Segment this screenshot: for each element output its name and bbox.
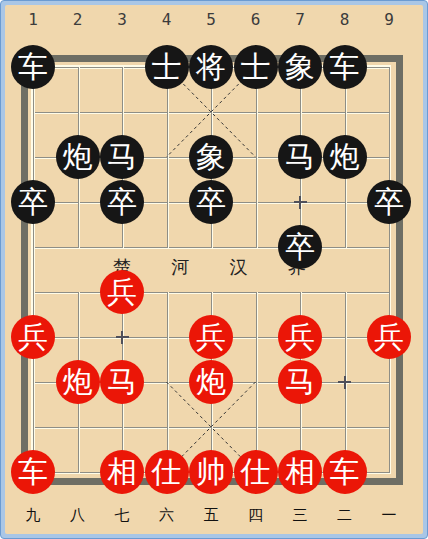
piece-red-elephant[interactable]: 相 (278, 450, 322, 494)
piece-black-soldier[interactable]: 卒 (278, 225, 322, 269)
point-marker (294, 196, 307, 209)
piece-black-horse[interactable]: 马 (278, 135, 322, 179)
piece-red-horse[interactable]: 马 (278, 360, 322, 404)
piece-black-advisor[interactable]: 士 (145, 45, 189, 89)
board-grid: 楚河汉界车士将士象车炮马象马炮卒卒卒卒卒兵兵兵兵兵炮马炮马车相仕帅仕相车 (33, 67, 390, 473)
piece-red-elephant[interactable]: 相 (100, 450, 144, 494)
piece-red-chariot[interactable]: 车 (323, 450, 367, 494)
point-marker (338, 376, 351, 389)
file-label-top: 4 (156, 11, 178, 29)
piece-black-elephant[interactable]: 象 (189, 135, 233, 179)
piece-black-horse[interactable]: 马 (100, 135, 144, 179)
palace-diagonals (33, 67, 390, 473)
piece-black-cannon[interactable]: 炮 (323, 135, 367, 179)
file-label-top: 9 (378, 11, 400, 29)
file-label-bottom: 九 (22, 506, 44, 524)
xiangqi-board: 楚河汉界车士将士象车炮马象马炮卒卒卒卒卒兵兵兵兵兵炮马炮马车相仕帅仕相车 123… (0, 0, 428, 539)
piece-red-horse[interactable]: 马 (100, 360, 144, 404)
piece-black-soldier[interactable]: 卒 (367, 180, 411, 224)
piece-red-advisor[interactable]: 仕 (234, 450, 278, 494)
piece-black-soldier[interactable]: 卒 (11, 180, 55, 224)
piece-red-advisor[interactable]: 仕 (145, 450, 189, 494)
file-label-bottom: 八 (67, 506, 89, 524)
file-label-bottom: 二 (334, 506, 356, 524)
file-label-top: 3 (111, 11, 133, 29)
river-label-char: 河 (168, 256, 192, 278)
piece-red-general[interactable]: 帅 (189, 450, 233, 494)
piece-black-cannon[interactable]: 炮 (56, 135, 100, 179)
point-marker (116, 331, 129, 344)
board-background: 楚河汉界车士将士象车炮马象马炮卒卒卒卒卒兵兵兵兵兵炮马炮马车相仕帅仕相车 123… (5, 5, 423, 534)
file-label-top: 2 (67, 11, 89, 29)
piece-black-advisor[interactable]: 士 (234, 45, 278, 89)
piece-black-chariot[interactable]: 车 (323, 45, 367, 89)
piece-black-general[interactable]: 将 (189, 45, 233, 89)
file-label-bottom: 七 (111, 506, 133, 524)
piece-red-soldier[interactable]: 兵 (100, 270, 144, 314)
file-label-bottom: 五 (200, 506, 222, 524)
piece-black-soldier[interactable]: 卒 (100, 180, 144, 224)
file-label-top: 1 (22, 11, 44, 29)
piece-black-soldier[interactable]: 卒 (189, 180, 233, 224)
file-label-top: 7 (289, 11, 311, 29)
piece-red-soldier[interactable]: 兵 (11, 315, 55, 359)
file-label-bottom: 一 (378, 506, 400, 524)
file-label-bottom: 六 (156, 506, 178, 524)
piece-red-soldier[interactable]: 兵 (189, 315, 233, 359)
file-label-top: 8 (334, 11, 356, 29)
piece-red-soldier[interactable]: 兵 (278, 315, 322, 359)
river-label-char: 汉 (227, 256, 251, 278)
piece-black-elephant[interactable]: 象 (278, 45, 322, 89)
file-label-top: 5 (200, 11, 222, 29)
piece-red-cannon[interactable]: 炮 (189, 360, 233, 404)
file-label-bottom: 四 (245, 506, 267, 524)
piece-red-soldier[interactable]: 兵 (367, 315, 411, 359)
piece-black-chariot[interactable]: 车 (11, 45, 55, 89)
piece-red-chariot[interactable]: 车 (11, 450, 55, 494)
file-label-bottom: 三 (289, 506, 311, 524)
piece-red-cannon[interactable]: 炮 (56, 360, 100, 404)
file-label-top: 6 (245, 11, 267, 29)
